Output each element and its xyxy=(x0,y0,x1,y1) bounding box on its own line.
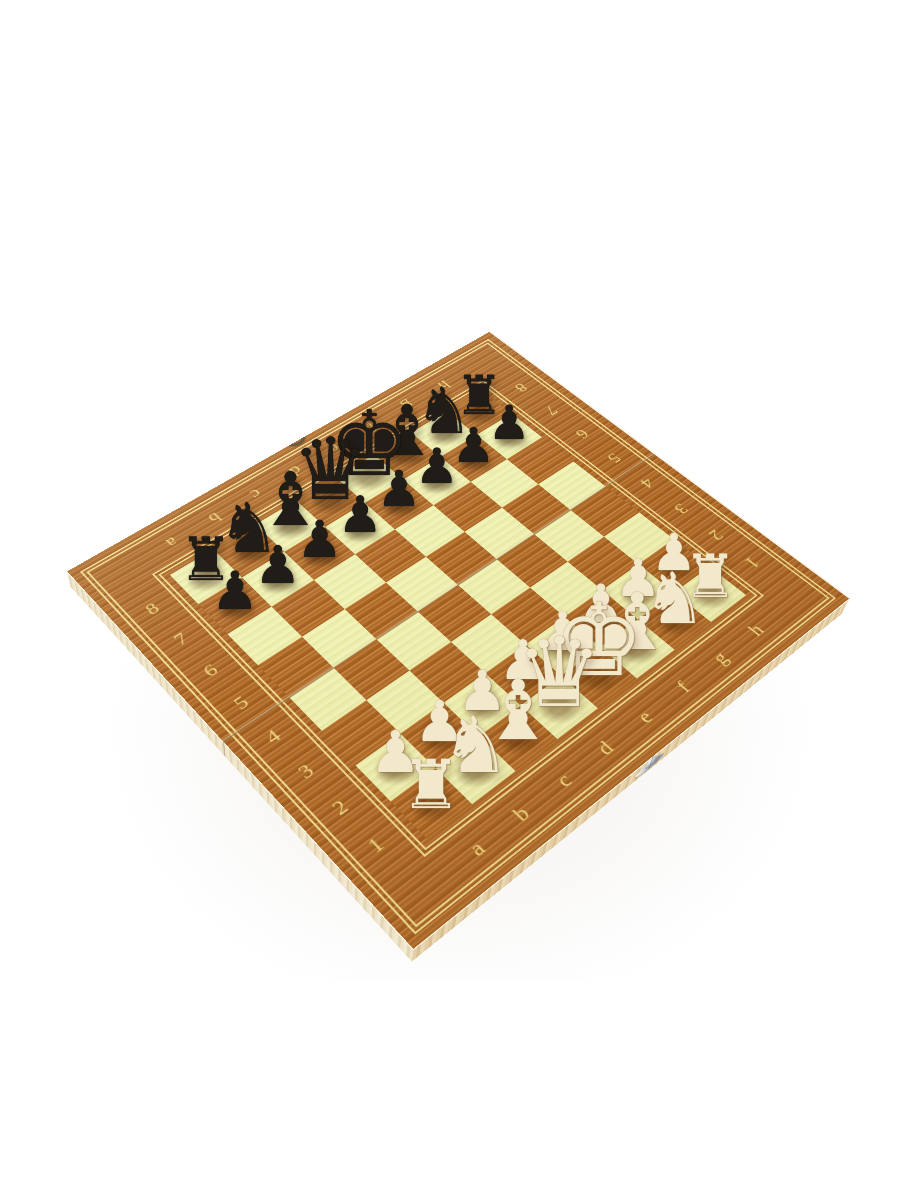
piece-black-pawn[interactable]: ♟ xyxy=(337,489,382,539)
file-label-bottom-g: g xyxy=(708,648,731,667)
rank-label-right-7: 7 xyxy=(541,403,560,417)
file-label-bottom-c: c xyxy=(552,770,575,791)
square-d4[interactable] xyxy=(418,585,491,642)
file-label-bottom-d: d xyxy=(593,737,617,758)
square-c4[interactable] xyxy=(377,612,451,671)
square-a4[interactable] xyxy=(289,668,366,731)
rank-label-left-3: 3 xyxy=(294,760,317,781)
rank-label-left-8: 8 xyxy=(142,600,163,618)
rank-label-right-8: 8 xyxy=(511,381,530,394)
rank-label-left-4: 4 xyxy=(261,726,284,747)
rank-label-left-1: 1 xyxy=(363,833,388,856)
file-label-bottom-e: e xyxy=(633,707,656,726)
rank-label-left-6: 6 xyxy=(199,661,221,680)
piece-black-pawn[interactable]: ♟ xyxy=(415,443,459,492)
piece-black-pawn[interactable]: ♟ xyxy=(211,565,258,618)
rank-label-left-7: 7 xyxy=(170,630,191,648)
rank-label-right-1: 1 xyxy=(741,554,763,571)
piece-black-pawn[interactable]: ♟ xyxy=(377,466,421,516)
rank-label-right-6: 6 xyxy=(572,427,592,441)
square-b5[interactable] xyxy=(302,609,376,668)
file-label-bottom-a: a xyxy=(465,837,489,859)
piece-black-pawn[interactable]: ♟ xyxy=(297,514,343,565)
rank-label-right-3: 3 xyxy=(670,501,691,517)
piece-white-rook[interactable]: ♜ xyxy=(401,751,462,819)
rank-label-left-5: 5 xyxy=(230,693,252,713)
square-b4[interactable] xyxy=(334,639,410,700)
square-c5[interactable] xyxy=(345,582,418,639)
rank-label-right-5: 5 xyxy=(604,451,624,466)
scene: aabbccddeeffgghh8877665544332211 ♜♞♝♛♚♝♞… xyxy=(0,0,900,1200)
square-a5[interactable] xyxy=(258,637,334,698)
rank-label-left-2: 2 xyxy=(328,796,352,818)
file-label-bottom-f: f xyxy=(672,678,693,695)
rank-label-right-4: 4 xyxy=(637,475,658,490)
file-label-bottom-b: b xyxy=(509,802,534,824)
piece-black-pawn[interactable]: ♟ xyxy=(255,539,302,591)
file-label-bottom-h: h xyxy=(744,621,767,639)
